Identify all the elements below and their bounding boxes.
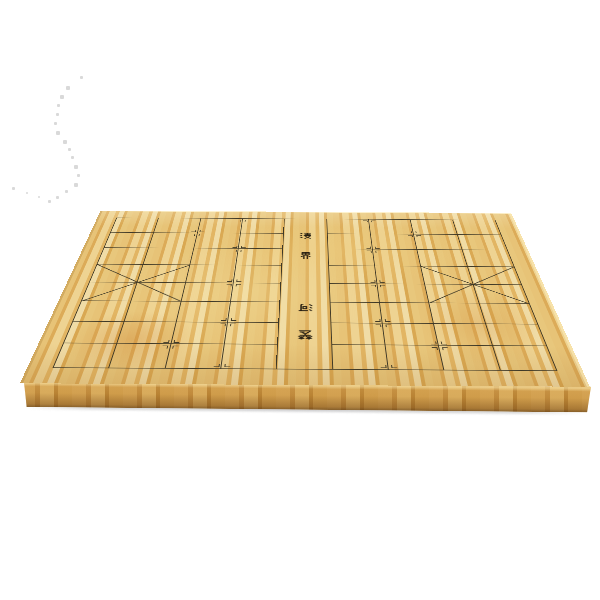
marker-corner	[380, 365, 386, 368]
marker-corner	[375, 325, 381, 328]
marker-corner	[366, 250, 371, 252]
marker-corner	[236, 279, 241, 281]
board-cell	[418, 250, 468, 267]
marker-corner	[432, 347, 438, 350]
marker-corner	[240, 250, 245, 252]
marker-corner	[442, 347, 448, 350]
marker-corner	[375, 251, 380, 253]
river-character	[299, 232, 313, 239]
board-cell	[457, 235, 507, 251]
marker-corner	[391, 365, 397, 368]
marker-corner	[213, 364, 219, 367]
board-cell	[486, 324, 547, 346]
marker-corner	[384, 319, 390, 322]
marker-corner	[371, 220, 376, 222]
marker-corner	[230, 318, 236, 321]
marker-corner	[230, 324, 236, 327]
board-cell	[144, 248, 194, 265]
palace-diagonals-left	[82, 264, 190, 301]
board-cell	[111, 218, 159, 233]
marker-corner	[235, 284, 240, 286]
marker-corner	[366, 246, 371, 248]
marker-corner	[199, 234, 204, 236]
background-speck	[12, 187, 15, 190]
board-grid	[52, 218, 557, 371]
marker-corner	[244, 220, 249, 222]
marker-corner	[163, 340, 169, 343]
river-character	[298, 252, 312, 260]
marker-corner	[370, 285, 375, 287]
marker-corner	[241, 246, 246, 248]
marker-corner	[430, 341, 436, 344]
board-cell	[73, 301, 131, 322]
palace-diagonals-right	[421, 266, 529, 303]
river-character	[297, 303, 313, 312]
board-cell	[104, 232, 154, 248]
marker-corner	[232, 246, 237, 248]
board-cell	[430, 303, 486, 324]
marker-corner	[407, 231, 412, 233]
marker-corner	[174, 340, 180, 343]
marker-corner	[220, 318, 226, 321]
marker-corner	[416, 235, 421, 237]
board-cell	[439, 346, 500, 370]
board-cell	[125, 301, 181, 322]
marker-corner	[191, 230, 196, 232]
marker-corner	[190, 234, 195, 236]
river-character	[297, 330, 314, 340]
marker-corner	[236, 220, 241, 222]
marker-corner	[220, 324, 226, 327]
board-cell	[414, 234, 462, 250]
board-surface	[20, 211, 590, 387]
board-cell	[373, 250, 421, 267]
marker-corner	[441, 341, 447, 344]
marker-corner	[224, 364, 230, 367]
marker-corner	[227, 279, 232, 281]
marker-corner	[385, 325, 391, 328]
board-cell	[479, 303, 537, 324]
product-photo-stage	[0, 0, 600, 600]
board-cell	[493, 346, 556, 370]
marker-corner	[374, 247, 379, 249]
board-cell	[462, 250, 514, 267]
marker-corner	[375, 319, 381, 322]
marker-corner	[408, 235, 413, 237]
marker-corner	[363, 220, 368, 222]
river-strip	[277, 219, 333, 369]
marker-corner	[231, 250, 236, 252]
board-cell	[97, 248, 149, 265]
marker-corner	[415, 231, 420, 233]
marker-corner	[200, 230, 205, 232]
board-cell	[377, 284, 429, 303]
marker-corner	[370, 280, 375, 282]
board-cell	[64, 321, 125, 343]
marker-corner	[172, 346, 178, 349]
marker-corner	[379, 280, 384, 282]
marker-corner	[380, 285, 385, 287]
board-cell	[54, 343, 118, 367]
xiangqi-board	[20, 20, 592, 386]
marker-corner	[226, 284, 231, 286]
board-cell	[453, 220, 501, 235]
marker-corner	[162, 346, 168, 349]
